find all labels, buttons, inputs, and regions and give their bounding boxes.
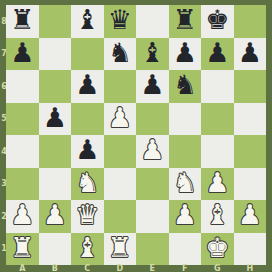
square-h7[interactable]: ♟	[234, 38, 267, 71]
square-d1[interactable]: ♜	[104, 233, 137, 266]
square-e6[interactable]: ♟	[136, 70, 169, 103]
square-a8[interactable]: ♜	[6, 5, 39, 38]
file-label-b: B	[39, 265, 72, 272]
square-a4[interactable]	[6, 135, 39, 168]
square-h1[interactable]	[234, 233, 267, 266]
piece-white-pawn[interactable]: ♟	[108, 102, 132, 134]
piece-white-pawn[interactable]: ♟	[205, 167, 229, 199]
square-d4[interactable]	[104, 135, 137, 168]
square-e7[interactable]: ♝	[136, 38, 169, 71]
square-h5[interactable]	[234, 103, 267, 136]
piece-white-pawn[interactable]: ♟	[140, 134, 164, 166]
piece-black-pawn[interactable]: ♟	[238, 37, 262, 69]
piece-black-rook[interactable]: ♜	[173, 4, 197, 36]
file-label-e: E	[136, 265, 169, 272]
piece-white-pawn[interactable]: ♟	[238, 199, 262, 231]
piece-black-pawn[interactable]: ♟	[173, 37, 197, 69]
square-d2[interactable]	[104, 200, 137, 233]
piece-white-knight[interactable]: ♞	[173, 167, 197, 199]
square-g8[interactable]: ♚	[201, 5, 234, 38]
square-b4[interactable]	[39, 135, 72, 168]
square-d6[interactable]	[104, 70, 137, 103]
piece-white-bishop[interactable]: ♝	[75, 232, 99, 264]
file-label-f: F	[169, 265, 202, 272]
piece-black-bishop[interactable]: ♝	[75, 4, 99, 36]
square-b1[interactable]	[39, 233, 72, 266]
square-b2[interactable]: ♟	[39, 200, 72, 233]
square-c8[interactable]: ♝	[71, 5, 104, 38]
piece-white-pawn[interactable]: ♟	[173, 199, 197, 231]
square-a7[interactable]: ♟	[6, 38, 39, 71]
square-d8[interactable]: ♛	[104, 5, 137, 38]
piece-black-pawn[interactable]: ♟	[43, 102, 67, 134]
piece-white-knight[interactable]: ♞	[75, 167, 99, 199]
file-label-d: D	[104, 265, 137, 272]
square-e8[interactable]	[136, 5, 169, 38]
square-c7[interactable]	[71, 38, 104, 71]
chess-board: 87654321 ♜♝♛♜♚♟♞♝♟♟♟♟♟♞♟♟♟♟♞♞♟♟♟♛♟♝♟♜♝♜♚…	[0, 0, 272, 272]
piece-black-bishop[interactable]: ♝	[140, 37, 164, 69]
file-label-c: C	[71, 265, 104, 272]
square-g6[interactable]	[201, 70, 234, 103]
square-g7[interactable]: ♟	[201, 38, 234, 71]
square-d3[interactable]	[104, 168, 137, 201]
square-g4[interactable]	[201, 135, 234, 168]
square-g3[interactable]: ♟	[201, 168, 234, 201]
square-b6[interactable]	[39, 70, 72, 103]
piece-black-pawn[interactable]: ♟	[10, 37, 34, 69]
square-b5[interactable]: ♟	[39, 103, 72, 136]
square-a2[interactable]: ♟	[6, 200, 39, 233]
square-f8[interactable]: ♜	[169, 5, 202, 38]
square-e3[interactable]	[136, 168, 169, 201]
board-grid: ♜♝♛♜♚♟♞♝♟♟♟♟♟♞♟♟♟♟♞♞♟♟♟♛♟♝♟♜♝♜♚	[6, 5, 266, 265]
square-g2[interactable]: ♝	[201, 200, 234, 233]
piece-white-king[interactable]: ♚	[205, 232, 229, 264]
piece-black-rook[interactable]: ♜	[10, 4, 34, 36]
piece-black-pawn[interactable]: ♟	[75, 134, 99, 166]
square-h3[interactable]	[234, 168, 267, 201]
square-c5[interactable]	[71, 103, 104, 136]
square-e5[interactable]	[136, 103, 169, 136]
piece-white-bishop[interactable]: ♝	[205, 199, 229, 231]
square-a1[interactable]: ♜	[6, 233, 39, 266]
file-labels: ABCDEFGH	[6, 265, 266, 272]
square-f7[interactable]: ♟	[169, 38, 202, 71]
piece-white-rook[interactable]: ♜	[10, 232, 34, 264]
square-f4[interactable]	[169, 135, 202, 168]
square-b3[interactable]	[39, 168, 72, 201]
piece-white-queen[interactable]: ♛	[75, 199, 99, 231]
piece-white-pawn[interactable]: ♟	[10, 199, 34, 231]
square-c2[interactable]: ♛	[71, 200, 104, 233]
square-b8[interactable]	[39, 5, 72, 38]
square-h2[interactable]: ♟	[234, 200, 267, 233]
file-label-g: G	[201, 265, 234, 272]
piece-black-knight[interactable]: ♞	[173, 69, 197, 101]
piece-black-king[interactable]: ♚	[205, 4, 229, 36]
square-e2[interactable]	[136, 200, 169, 233]
square-g1[interactable]: ♚	[201, 233, 234, 266]
piece-black-queen[interactable]: ♛	[108, 4, 132, 36]
square-f2[interactable]: ♟	[169, 200, 202, 233]
square-h4[interactable]	[234, 135, 267, 168]
square-b7[interactable]	[39, 38, 72, 71]
file-label-h: H	[234, 265, 267, 272]
square-h6[interactable]	[234, 70, 267, 103]
file-label-a: A	[6, 265, 39, 272]
square-a6[interactable]	[6, 70, 39, 103]
square-h8[interactable]	[234, 5, 267, 38]
square-d7[interactable]: ♞	[104, 38, 137, 71]
square-e1[interactable]	[136, 233, 169, 266]
square-f6[interactable]: ♞	[169, 70, 202, 103]
square-e4[interactable]: ♟	[136, 135, 169, 168]
square-f3[interactable]: ♞	[169, 168, 202, 201]
piece-white-rook[interactable]: ♜	[108, 232, 132, 264]
square-g5[interactable]	[201, 103, 234, 136]
piece-black-pawn[interactable]: ♟	[205, 37, 229, 69]
square-a3[interactable]	[6, 168, 39, 201]
square-c3[interactable]: ♞	[71, 168, 104, 201]
piece-white-pawn[interactable]: ♟	[43, 199, 67, 231]
square-f1[interactable]	[169, 233, 202, 266]
square-a5[interactable]	[6, 103, 39, 136]
square-c1[interactable]: ♝	[71, 233, 104, 266]
square-c6[interactable]: ♟	[71, 70, 104, 103]
piece-black-pawn[interactable]: ♟	[75, 69, 99, 101]
square-c4[interactable]: ♟	[71, 135, 104, 168]
piece-black-pawn[interactable]: ♟	[140, 69, 164, 101]
piece-black-knight[interactable]: ♞	[108, 37, 132, 69]
square-f5[interactable]	[169, 103, 202, 136]
square-d5[interactable]: ♟	[104, 103, 137, 136]
